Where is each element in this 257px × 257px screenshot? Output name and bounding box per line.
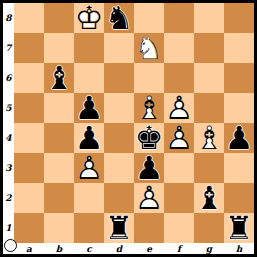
- square-f8[interactable]: [164, 3, 194, 33]
- piece-white-pawn: ♟♙: [74, 153, 104, 183]
- square-g1[interactable]: [194, 213, 224, 243]
- square-h4[interactable]: ♟: [224, 123, 254, 153]
- square-d6[interactable]: [104, 63, 134, 93]
- piece-glyph: ♜: [224, 213, 254, 243]
- piece-glyph: ♝: [194, 183, 224, 213]
- square-e2[interactable]: ♟♙: [134, 183, 164, 213]
- rank-label-2: 2: [3, 183, 14, 213]
- square-a7[interactable]: [14, 33, 44, 63]
- square-h8[interactable]: [224, 3, 254, 33]
- square-b2[interactable]: [44, 183, 74, 213]
- square-g7[interactable]: [194, 33, 224, 63]
- rank-labels: 87654321: [3, 3, 14, 243]
- piece-black-rook: ♜: [224, 213, 254, 243]
- square-b5[interactable]: [44, 93, 74, 123]
- square-b8[interactable]: [44, 3, 74, 33]
- piece-white-pawn: ♟♙: [164, 123, 194, 153]
- square-e7[interactable]: ♞♘: [134, 33, 164, 63]
- file-labels: abcdefgh: [14, 243, 254, 254]
- square-f2[interactable]: [164, 183, 194, 213]
- square-g8[interactable]: [194, 3, 224, 33]
- rank-label-8: 8: [3, 3, 14, 33]
- file-label-e: e: [134, 243, 164, 254]
- file-label-b: b: [44, 243, 74, 254]
- rank-label-3: 3: [3, 153, 14, 183]
- rank-label-6: 6: [3, 63, 14, 93]
- piece-glyph: ♞: [104, 3, 134, 33]
- piece-black-pawn: ♟: [224, 123, 254, 153]
- square-a8[interactable]: [14, 3, 44, 33]
- rank-label-7: 7: [3, 33, 14, 63]
- square-d5[interactable]: [104, 93, 134, 123]
- chess-board: ♚♔♞♞♘♝♟♝♗♟♙♟♚♟♙♝♗♟♟♙♟♟♙♝♜♜: [14, 3, 254, 243]
- piece-outline-layer: ♘: [134, 33, 164, 63]
- file-label-f: f: [164, 243, 194, 254]
- piece-white-bishop: ♝♗: [194, 123, 224, 153]
- piece-black-rook: ♜: [104, 213, 134, 243]
- square-a4[interactable]: [14, 123, 44, 153]
- square-b4[interactable]: [44, 123, 74, 153]
- square-c8[interactable]: ♚♔: [74, 3, 104, 33]
- square-g6[interactable]: [194, 63, 224, 93]
- square-b3[interactable]: [44, 153, 74, 183]
- square-c2[interactable]: [74, 183, 104, 213]
- piece-glyph: ♟: [224, 123, 254, 153]
- square-h7[interactable]: [224, 33, 254, 63]
- square-b6[interactable]: ♝: [44, 63, 74, 93]
- square-a5[interactable]: [14, 93, 44, 123]
- square-a6[interactable]: [14, 63, 44, 93]
- file-label-g: g: [194, 243, 224, 254]
- piece-outline-layer: ♗: [194, 123, 224, 153]
- piece-glyph: ♝: [44, 63, 74, 93]
- square-f4[interactable]: ♟♙: [164, 123, 194, 153]
- square-d1[interactable]: ♜: [104, 213, 134, 243]
- piece-outline-layer: ♙: [134, 183, 164, 213]
- square-c1[interactable]: [74, 213, 104, 243]
- square-g4[interactable]: ♝♗: [194, 123, 224, 153]
- square-h3[interactable]: [224, 153, 254, 183]
- square-c7[interactable]: [74, 33, 104, 63]
- square-d7[interactable]: [104, 33, 134, 63]
- square-a1[interactable]: [14, 213, 44, 243]
- square-d3[interactable]: [104, 153, 134, 183]
- square-d4[interactable]: [104, 123, 134, 153]
- file-label-a: a: [14, 243, 44, 254]
- square-c3[interactable]: ♟♙: [74, 153, 104, 183]
- piece-white-knight: ♞♘: [134, 33, 164, 63]
- turn-indicator: [4, 239, 17, 252]
- piece-outline-layer: ♙: [74, 153, 104, 183]
- file-label-c: c: [74, 243, 104, 254]
- rank-label-5: 5: [3, 93, 14, 123]
- square-h1[interactable]: ♜: [224, 213, 254, 243]
- square-b1[interactable]: [44, 213, 74, 243]
- square-a2[interactable]: [14, 183, 44, 213]
- piece-black-bishop: ♝: [44, 63, 74, 93]
- square-e1[interactable]: [134, 213, 164, 243]
- piece-outline-layer: ♙: [164, 123, 194, 153]
- square-g2[interactable]: ♝: [194, 183, 224, 213]
- square-f7[interactable]: [164, 33, 194, 63]
- chess-diagram-frame: 87654321 ♚♔♞♞♘♝♟♝♗♟♙♟♚♟♙♝♗♟♟♙♟♟♙♝♜♜ abcd…: [0, 0, 257, 257]
- rank-label-4: 4: [3, 123, 14, 153]
- square-f1[interactable]: [164, 213, 194, 243]
- piece-outline-layer: ♔: [74, 3, 104, 33]
- piece-glyph: ♜: [104, 213, 134, 243]
- piece-white-pawn: ♟♙: [134, 183, 164, 213]
- piece-white-king: ♚♔: [74, 3, 104, 33]
- square-f3[interactable]: [164, 153, 194, 183]
- square-d8[interactable]: ♞: [104, 3, 134, 33]
- file-label-h: h: [224, 243, 254, 254]
- file-label-d: d: [104, 243, 134, 254]
- piece-black-knight: ♞: [104, 3, 134, 33]
- piece-black-bishop: ♝: [194, 183, 224, 213]
- square-h6[interactable]: [224, 63, 254, 93]
- square-a3[interactable]: [14, 153, 44, 183]
